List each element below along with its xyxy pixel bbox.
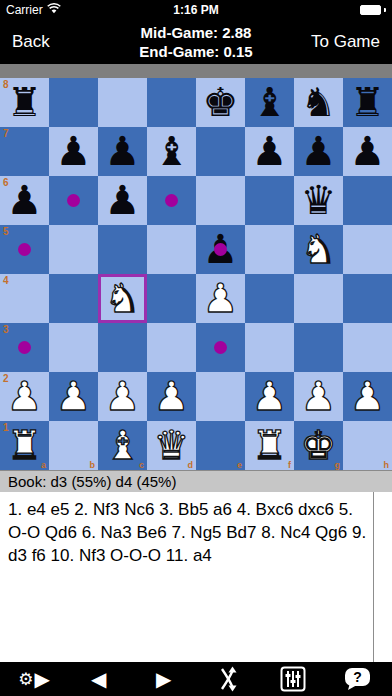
- piece-white-king: ♚: [294, 421, 343, 470]
- step-back-icon: ◀: [91, 669, 106, 689]
- square-g3[interactable]: [294, 323, 343, 372]
- gear-play-icon: ⚙: [18, 671, 33, 688]
- book-moves-bar[interactable]: Book: d3 (55%) d4 (45%): [0, 470, 392, 492]
- rank-label: 3: [3, 324, 9, 335]
- piece-white-pawn: ♟: [196, 274, 245, 323]
- square-d8[interactable]: [147, 78, 196, 127]
- square-c3[interactable]: [98, 323, 147, 372]
- square-f3[interactable]: [245, 323, 294, 372]
- square-c5[interactable]: [98, 225, 147, 274]
- svg-text:?: ?: [354, 669, 363, 685]
- piece-black-pawn: ♟: [49, 127, 98, 176]
- square-c1[interactable]: ♝c: [98, 421, 147, 470]
- square-h7[interactable]: ♟: [343, 127, 392, 176]
- legal-move-dot: [214, 243, 227, 256]
- piece-white-rook: ♜: [0, 421, 49, 470]
- back-button[interactable]: Back: [12, 32, 50, 52]
- square-a7[interactable]: 7: [0, 127, 49, 176]
- square-b3[interactable]: [49, 323, 98, 372]
- square-g1[interactable]: ♚g: [294, 421, 343, 470]
- square-h8[interactable]: ♜: [343, 78, 392, 127]
- square-g6[interactable]: ♛: [294, 176, 343, 225]
- square-a6[interactable]: ♟6: [0, 176, 49, 225]
- piece-white-bishop: ♝: [98, 421, 147, 470]
- carrier-label: Carrier: [6, 3, 43, 17]
- square-a5[interactable]: 5: [0, 225, 49, 274]
- piece-black-rook: ♜: [343, 78, 392, 127]
- square-d1[interactable]: ♛d: [147, 421, 196, 470]
- to-game-button[interactable]: To Game: [311, 32, 380, 52]
- nav-bar: Back Mid-Game: 2.88 End-Game: 0.15 To Ga…: [0, 20, 392, 64]
- piece-white-pawn: ♟: [49, 372, 98, 421]
- square-h4[interactable]: [343, 274, 392, 323]
- scrollbar-track[interactable]: [373, 492, 374, 662]
- engine-autoplay-button[interactable]: ⚙▶: [14, 662, 54, 696]
- square-f6[interactable]: [245, 176, 294, 225]
- file-label: h: [384, 460, 390, 470]
- square-e3[interactable]: [196, 323, 245, 372]
- square-a4[interactable]: 4: [0, 274, 49, 323]
- file-label: c: [139, 460, 144, 470]
- piece-white-rook: ♜: [245, 421, 294, 470]
- square-e7[interactable]: [196, 127, 245, 176]
- rank-label: 7: [3, 128, 9, 139]
- square-d2[interactable]: ♟: [147, 372, 196, 421]
- help-button[interactable]: ?: [338, 662, 378, 696]
- square-c6[interactable]: ♟: [98, 176, 147, 225]
- step-forward-icon: ▶: [156, 669, 171, 689]
- square-d6[interactable]: [147, 176, 196, 225]
- wifi-icon: [47, 3, 61, 17]
- square-h1[interactable]: h: [343, 421, 392, 470]
- legal-move-dot: [18, 341, 31, 354]
- square-g2[interactable]: ♟: [294, 372, 343, 421]
- piece-black-queen: ♛: [294, 176, 343, 225]
- piece-black-rook: ♜: [0, 78, 49, 127]
- sliders-button[interactable]: [273, 662, 313, 696]
- square-f7[interactable]: ♟: [245, 127, 294, 176]
- help-icon: ?: [344, 667, 371, 691]
- square-c4[interactable]: ♞: [98, 274, 147, 323]
- square-a2[interactable]: ♟2: [0, 372, 49, 421]
- piece-black-bishop: ♝: [245, 78, 294, 127]
- square-b8[interactable]: [49, 78, 98, 127]
- piece-black-bishop: ♝: [147, 127, 196, 176]
- rank-label: 6: [3, 177, 9, 188]
- legal-move-dot: [165, 194, 178, 207]
- rank-label: 2: [3, 373, 9, 384]
- move-list-text: 1. e4 e5 2. Nf3 Nc6 3. Bb5 a6 4. Bxc6 dx…: [0, 492, 392, 567]
- legal-move-dot: [18, 243, 31, 256]
- square-e8[interactable]: ♚: [196, 78, 245, 127]
- piece-white-knight: ♞: [98, 274, 147, 323]
- square-e6[interactable]: [196, 176, 245, 225]
- piece-black-king: ♚: [196, 78, 245, 127]
- chess-board: ♜8♚♝♞♜7♟♟♝♟♟♟♟6♟♛5♟♞4♞♟3♟2♟♟♟♟♟♟♜1ab♝c♛d…: [0, 78, 392, 470]
- square-g7[interactable]: ♟: [294, 127, 343, 176]
- legal-move-dot: [67, 194, 80, 207]
- square-f5[interactable]: [245, 225, 294, 274]
- square-f2[interactable]: ♟: [245, 372, 294, 421]
- square-f4[interactable]: [245, 274, 294, 323]
- square-h3[interactable]: [343, 323, 392, 372]
- piece-black-pawn: ♟: [98, 127, 147, 176]
- square-a1[interactable]: ♜1a: [0, 421, 49, 470]
- square-h5[interactable]: [343, 225, 392, 274]
- piece-white-queen: ♛: [147, 421, 196, 470]
- square-d3[interactable]: [147, 323, 196, 372]
- piece-black-pawn: ♟: [245, 127, 294, 176]
- square-g5[interactable]: ♞: [294, 225, 343, 274]
- piece-black-pawn: ♟: [98, 176, 147, 225]
- file-label: f: [288, 460, 291, 470]
- file-label: d: [188, 460, 194, 470]
- piece-white-pawn: ♟: [147, 372, 196, 421]
- shuffle-button[interactable]: [208, 662, 248, 696]
- file-label: g: [335, 460, 341, 470]
- status-bar: Carrier 1:16 PM: [0, 0, 392, 20]
- square-d7[interactable]: ♝: [147, 127, 196, 176]
- file-label: b: [90, 460, 96, 470]
- square-b4[interactable]: [49, 274, 98, 323]
- file-label: a: [41, 460, 46, 470]
- piece-white-pawn: ♟: [98, 372, 147, 421]
- piece-black-pawn: ♟: [196, 225, 245, 274]
- piece-black-pawn: ♟: [294, 127, 343, 176]
- square-d4[interactable]: [147, 274, 196, 323]
- square-h2[interactable]: ♟: [343, 372, 392, 421]
- piece-black-knight: ♞: [294, 78, 343, 127]
- rank-label: 5: [3, 226, 9, 237]
- rank-label: 4: [3, 275, 9, 286]
- app-screen: Carrier 1:16 PM Back Mid-Game: 2.88 End-…: [0, 0, 392, 696]
- square-a3[interactable]: 3: [0, 323, 49, 372]
- square-c8[interactable]: [98, 78, 147, 127]
- square-d5[interactable]: [147, 225, 196, 274]
- board-top-divider: [0, 64, 392, 78]
- rank-label: 8: [3, 79, 9, 90]
- step-back-button[interactable]: ◀: [79, 662, 119, 696]
- rank-label: 1: [3, 422, 9, 433]
- square-b6[interactable]: [49, 176, 98, 225]
- square-c2[interactable]: ♟: [98, 372, 147, 421]
- piece-white-pawn: ♟: [0, 372, 49, 421]
- bottom-toolbar: ⚙▶ ◀ ▶: [0, 662, 392, 696]
- square-b1[interactable]: b: [49, 421, 98, 470]
- sliders-icon: [280, 666, 306, 692]
- piece-black-pawn: ♟: [343, 127, 392, 176]
- square-e4[interactable]: ♟: [196, 274, 245, 323]
- square-f8[interactable]: ♝: [245, 78, 294, 127]
- piece-white-pawn: ♟: [343, 372, 392, 421]
- square-f1[interactable]: ♜f: [245, 421, 294, 470]
- square-e1[interactable]: e: [196, 421, 245, 470]
- shuffle-icon: [216, 666, 240, 692]
- piece-black-pawn: ♟: [0, 176, 49, 225]
- piece-white-pawn: ♟: [245, 372, 294, 421]
- square-b2[interactable]: ♟: [49, 372, 98, 421]
- square-e5[interactable]: ♟: [196, 225, 245, 274]
- square-e2[interactable]: [196, 372, 245, 421]
- piece-white-knight: ♞: [294, 225, 343, 274]
- square-c7[interactable]: ♟: [98, 127, 147, 176]
- square-g4[interactable]: [294, 274, 343, 323]
- battery-icon: [360, 5, 381, 15]
- legal-move-dot: [214, 341, 227, 354]
- step-forward-button[interactable]: ▶: [144, 662, 184, 696]
- piece-white-pawn: ♟: [294, 372, 343, 421]
- square-h6[interactable]: [343, 176, 392, 225]
- square-g8[interactable]: ♞: [294, 78, 343, 127]
- square-b5[interactable]: [49, 225, 98, 274]
- square-b7[interactable]: ♟: [49, 127, 98, 176]
- file-label: e: [237, 460, 242, 470]
- square-a8[interactable]: ♜8: [0, 78, 49, 127]
- move-list-panel[interactable]: 1. e4 e5 2. Nf3 Nc6 3. Bb5 a6 4. Bxc6 dx…: [0, 492, 392, 662]
